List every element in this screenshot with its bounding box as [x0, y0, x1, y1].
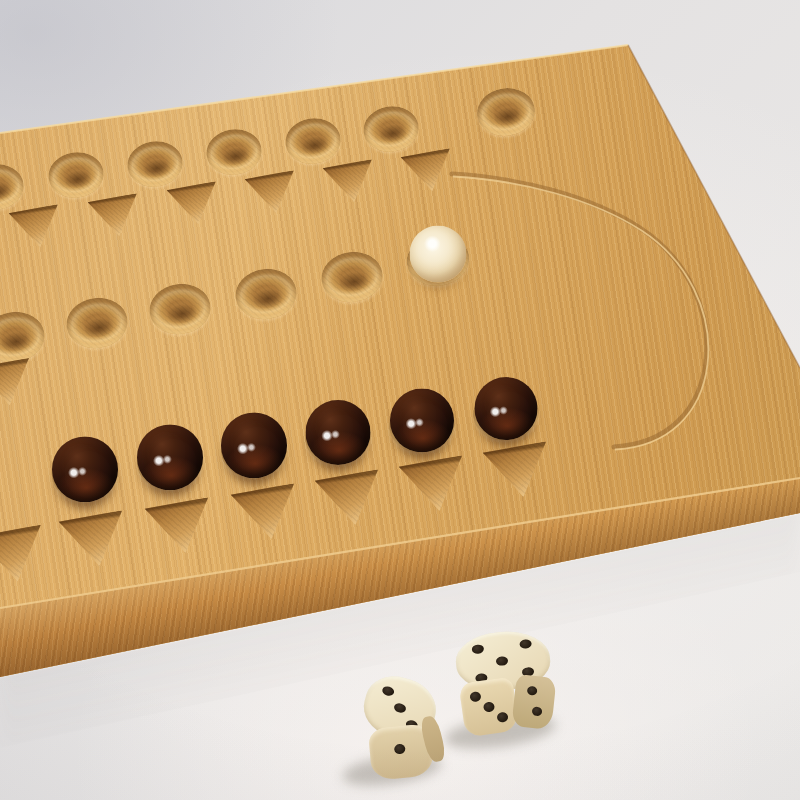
die-2[interactable]: [454, 628, 556, 740]
die-2-front-right-pip-1: [527, 685, 538, 695]
die-2-top-pip-3: [496, 656, 509, 666]
die-1[interactable]: [356, 666, 446, 780]
die-1-top-pip-2: [393, 702, 407, 714]
scene: [0, 0, 800, 800]
die-2-face-front-right-2: [511, 674, 556, 730]
dice-layer: [0, 0, 800, 800]
die-2-front-right-pip-2: [532, 707, 543, 717]
die-2-front-left-pip-2: [483, 701, 495, 712]
die-2-top-pip-2: [519, 639, 532, 649]
die-2-top-pip-1: [471, 644, 484, 654]
die-1-front-pip-1: [394, 744, 406, 755]
die-2-front-left-pip-1: [469, 691, 481, 702]
die-1-top-pip-1: [381, 685, 395, 697]
die-2-front-left-pip-3: [496, 711, 508, 722]
die-2-face-front-left-3: [459, 677, 520, 738]
